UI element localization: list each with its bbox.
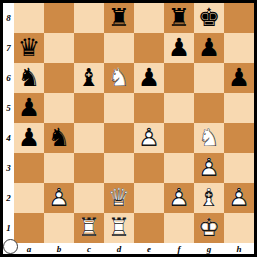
square-c8[interactable]: [74, 3, 104, 33]
piece-white-knight-g4[interactable]: ♞♘: [194, 123, 224, 153]
square-g1[interactable]: ♚♔: [194, 213, 224, 243]
black-piece-glyph: ♟: [194, 33, 224, 63]
file-labels: abcdefgh: [14, 243, 254, 254]
piece-white-king-g1[interactable]: ♚♔: [194, 213, 224, 243]
square-f6[interactable]: [164, 63, 194, 93]
square-d2[interactable]: ♛♕: [104, 183, 134, 213]
square-h2[interactable]: ♟♙: [224, 183, 254, 213]
square-a6[interactable]: ♞: [14, 63, 44, 93]
black-piece-glyph: ♟: [14, 123, 44, 153]
square-b8[interactable]: [44, 3, 74, 33]
piece-white-pawn-g3[interactable]: ♟♙: [194, 153, 224, 183]
white-piece-outline: ♙: [44, 183, 74, 213]
black-piece-glyph: ♞: [14, 63, 44, 93]
square-h3[interactable]: [224, 153, 254, 183]
piece-black-pawn-h6[interactable]: ♟: [224, 63, 254, 93]
square-h5[interactable]: [224, 93, 254, 123]
square-c1[interactable]: ♜♖: [74, 213, 104, 243]
white-piece-outline: ♗: [194, 183, 224, 213]
black-piece-glyph: ♟: [224, 63, 254, 93]
piece-black-queen-a7[interactable]: ♛: [14, 33, 44, 63]
black-piece-glyph: ♛: [14, 33, 44, 63]
square-c2[interactable]: [74, 183, 104, 213]
square-e3[interactable]: [134, 153, 164, 183]
square-d4[interactable]: [104, 123, 134, 153]
piece-white-rook-c1[interactable]: ♜♖: [74, 213, 104, 243]
piece-white-bishop-g2[interactable]: ♝♗: [194, 183, 224, 213]
rank-label-7: 7: [3, 33, 14, 63]
piece-white-knight-d6[interactable]: ♞♘: [104, 63, 134, 93]
file-label-a: a: [14, 243, 44, 254]
square-h7[interactable]: [224, 33, 254, 63]
rank-label-8: 8: [3, 3, 14, 33]
square-a5[interactable]: ♟: [14, 93, 44, 123]
square-b4[interactable]: ♞: [44, 123, 74, 153]
rank-label-4: 4: [3, 123, 14, 153]
square-f3[interactable]: [164, 153, 194, 183]
square-b1[interactable]: [44, 213, 74, 243]
square-g6[interactable]: [194, 63, 224, 93]
file-label-d: d: [104, 243, 134, 254]
square-a1[interactable]: [14, 213, 44, 243]
black-piece-glyph: ♟: [164, 33, 194, 63]
file-label-f: f: [164, 243, 194, 254]
square-b3[interactable]: [44, 153, 74, 183]
square-g7[interactable]: ♟: [194, 33, 224, 63]
square-f7[interactable]: ♟: [164, 33, 194, 63]
piece-black-rook-d8[interactable]: ♜: [104, 3, 134, 33]
square-a8[interactable]: [14, 3, 44, 33]
square-f4[interactable]: [164, 123, 194, 153]
square-h1[interactable]: [224, 213, 254, 243]
square-c7[interactable]: [74, 33, 104, 63]
white-piece-outline: ♙: [134, 123, 164, 153]
square-h4[interactable]: [224, 123, 254, 153]
square-f2[interactable]: ♟♙: [164, 183, 194, 213]
square-e7[interactable]: [134, 33, 164, 63]
piece-white-pawn-b2[interactable]: ♟♙: [44, 183, 74, 213]
square-g8[interactable]: ♚: [194, 3, 224, 33]
piece-black-bishop-c6[interactable]: ♝: [74, 63, 104, 93]
square-d7[interactable]: [104, 33, 134, 63]
file-label-b: b: [44, 243, 74, 254]
piece-white-pawn-f2[interactable]: ♟♙: [164, 183, 194, 213]
white-piece-outline: ♙: [194, 153, 224, 183]
square-b6[interactable]: [44, 63, 74, 93]
black-piece-glyph: ♜: [164, 3, 194, 33]
diagram-inner: 87654321 ♜♜♚♛♟♟♞♝♞♘♟♟♟♟♞♟♙♞♘♟♙♟♙♛♕♟♙♝♗♟♙…: [3, 3, 254, 254]
square-d8[interactable]: ♜: [104, 3, 134, 33]
square-g4[interactable]: ♞♘: [194, 123, 224, 153]
square-g2[interactable]: ♝♗: [194, 183, 224, 213]
rank-label-2: 2: [3, 183, 14, 213]
piece-black-pawn-f7[interactable]: ♟: [164, 33, 194, 63]
black-piece-glyph: ♚: [194, 3, 224, 33]
square-f5[interactable]: [164, 93, 194, 123]
piece-white-queen-d2[interactable]: ♛♕: [104, 183, 134, 213]
square-a4[interactable]: ♟: [14, 123, 44, 153]
chess-board: ♜♜♚♛♟♟♞♝♞♘♟♟♟♟♞♟♙♞♘♟♙♟♙♛♕♟♙♝♗♟♙♜♖♜♖♚♔: [14, 3, 254, 243]
white-piece-outline: ♙: [224, 183, 254, 213]
white-piece-outline: ♙: [164, 183, 194, 213]
square-c3[interactable]: [74, 153, 104, 183]
square-e5[interactable]: [134, 93, 164, 123]
square-a7[interactable]: ♛: [14, 33, 44, 63]
rank-label-6: 6: [3, 63, 14, 93]
black-piece-glyph: ♜: [104, 3, 134, 33]
square-c5[interactable]: [74, 93, 104, 123]
piece-black-pawn-a4[interactable]: ♟: [14, 123, 44, 153]
square-f8[interactable]: ♜: [164, 3, 194, 33]
square-b2[interactable]: ♟♙: [44, 183, 74, 213]
white-piece-outline: ♖: [104, 213, 134, 243]
square-e2[interactable]: [134, 183, 164, 213]
square-d3[interactable]: [104, 153, 134, 183]
piece-white-rook-d1[interactable]: ♜♖: [104, 213, 134, 243]
square-e8[interactable]: [134, 3, 164, 33]
piece-white-pawn-e4[interactable]: ♟♙: [134, 123, 164, 153]
diagram-frame: 87654321 ♜♜♚♛♟♟♞♝♞♘♟♟♟♟♞♟♙♞♘♟♙♟♙♛♕♟♙♝♗♟♙…: [0, 0, 257, 257]
black-piece-glyph: ♞: [44, 123, 74, 153]
white-piece-outline: ♔: [194, 213, 224, 243]
square-c4[interactable]: [74, 123, 104, 153]
square-e6[interactable]: ♟: [134, 63, 164, 93]
file-label-g: g: [194, 243, 224, 254]
square-b7[interactable]: [44, 33, 74, 63]
file-label-c: c: [74, 243, 104, 254]
piece-black-king-g8[interactable]: ♚: [194, 3, 224, 33]
white-to-move-indicator: [3, 239, 18, 254]
square-f1[interactable]: [164, 213, 194, 243]
square-c6[interactable]: ♝: [74, 63, 104, 93]
white-piece-outline: ♘: [104, 63, 134, 93]
square-g5[interactable]: [194, 93, 224, 123]
piece-black-pawn-e6[interactable]: ♟: [134, 63, 164, 93]
square-e1[interactable]: [134, 213, 164, 243]
white-piece-outline: ♖: [74, 213, 104, 243]
piece-black-knight-b4[interactable]: ♞: [44, 123, 74, 153]
black-piece-glyph: ♟: [134, 63, 164, 93]
white-piece-outline: ♘: [194, 123, 224, 153]
square-g3[interactable]: ♟♙: [194, 153, 224, 183]
piece-black-pawn-g7[interactable]: ♟: [194, 33, 224, 63]
rank-labels: 87654321: [3, 3, 14, 243]
square-d5[interactable]: [104, 93, 134, 123]
piece-white-pawn-h2[interactable]: ♟♙: [224, 183, 254, 213]
black-piece-glyph: ♟: [14, 93, 44, 123]
square-a2[interactable]: [14, 183, 44, 213]
white-piece-outline: ♕: [104, 183, 134, 213]
square-a3[interactable]: [14, 153, 44, 183]
square-h8[interactable]: [224, 3, 254, 33]
piece-black-knight-a6[interactable]: ♞: [14, 63, 44, 93]
square-b5[interactable]: [44, 93, 74, 123]
file-label-e: e: [134, 243, 164, 254]
square-e4[interactable]: ♟♙: [134, 123, 164, 153]
piece-black-pawn-a5[interactable]: ♟: [14, 93, 44, 123]
rank-label-3: 3: [3, 153, 14, 183]
square-d1[interactable]: ♜♖: [104, 213, 134, 243]
file-label-h: h: [224, 243, 254, 254]
square-h6[interactable]: ♟: [224, 63, 254, 93]
square-d6[interactable]: ♞♘: [104, 63, 134, 93]
piece-black-rook-f8[interactable]: ♜: [164, 3, 194, 33]
rank-label-5: 5: [3, 93, 14, 123]
black-piece-glyph: ♝: [74, 63, 104, 93]
